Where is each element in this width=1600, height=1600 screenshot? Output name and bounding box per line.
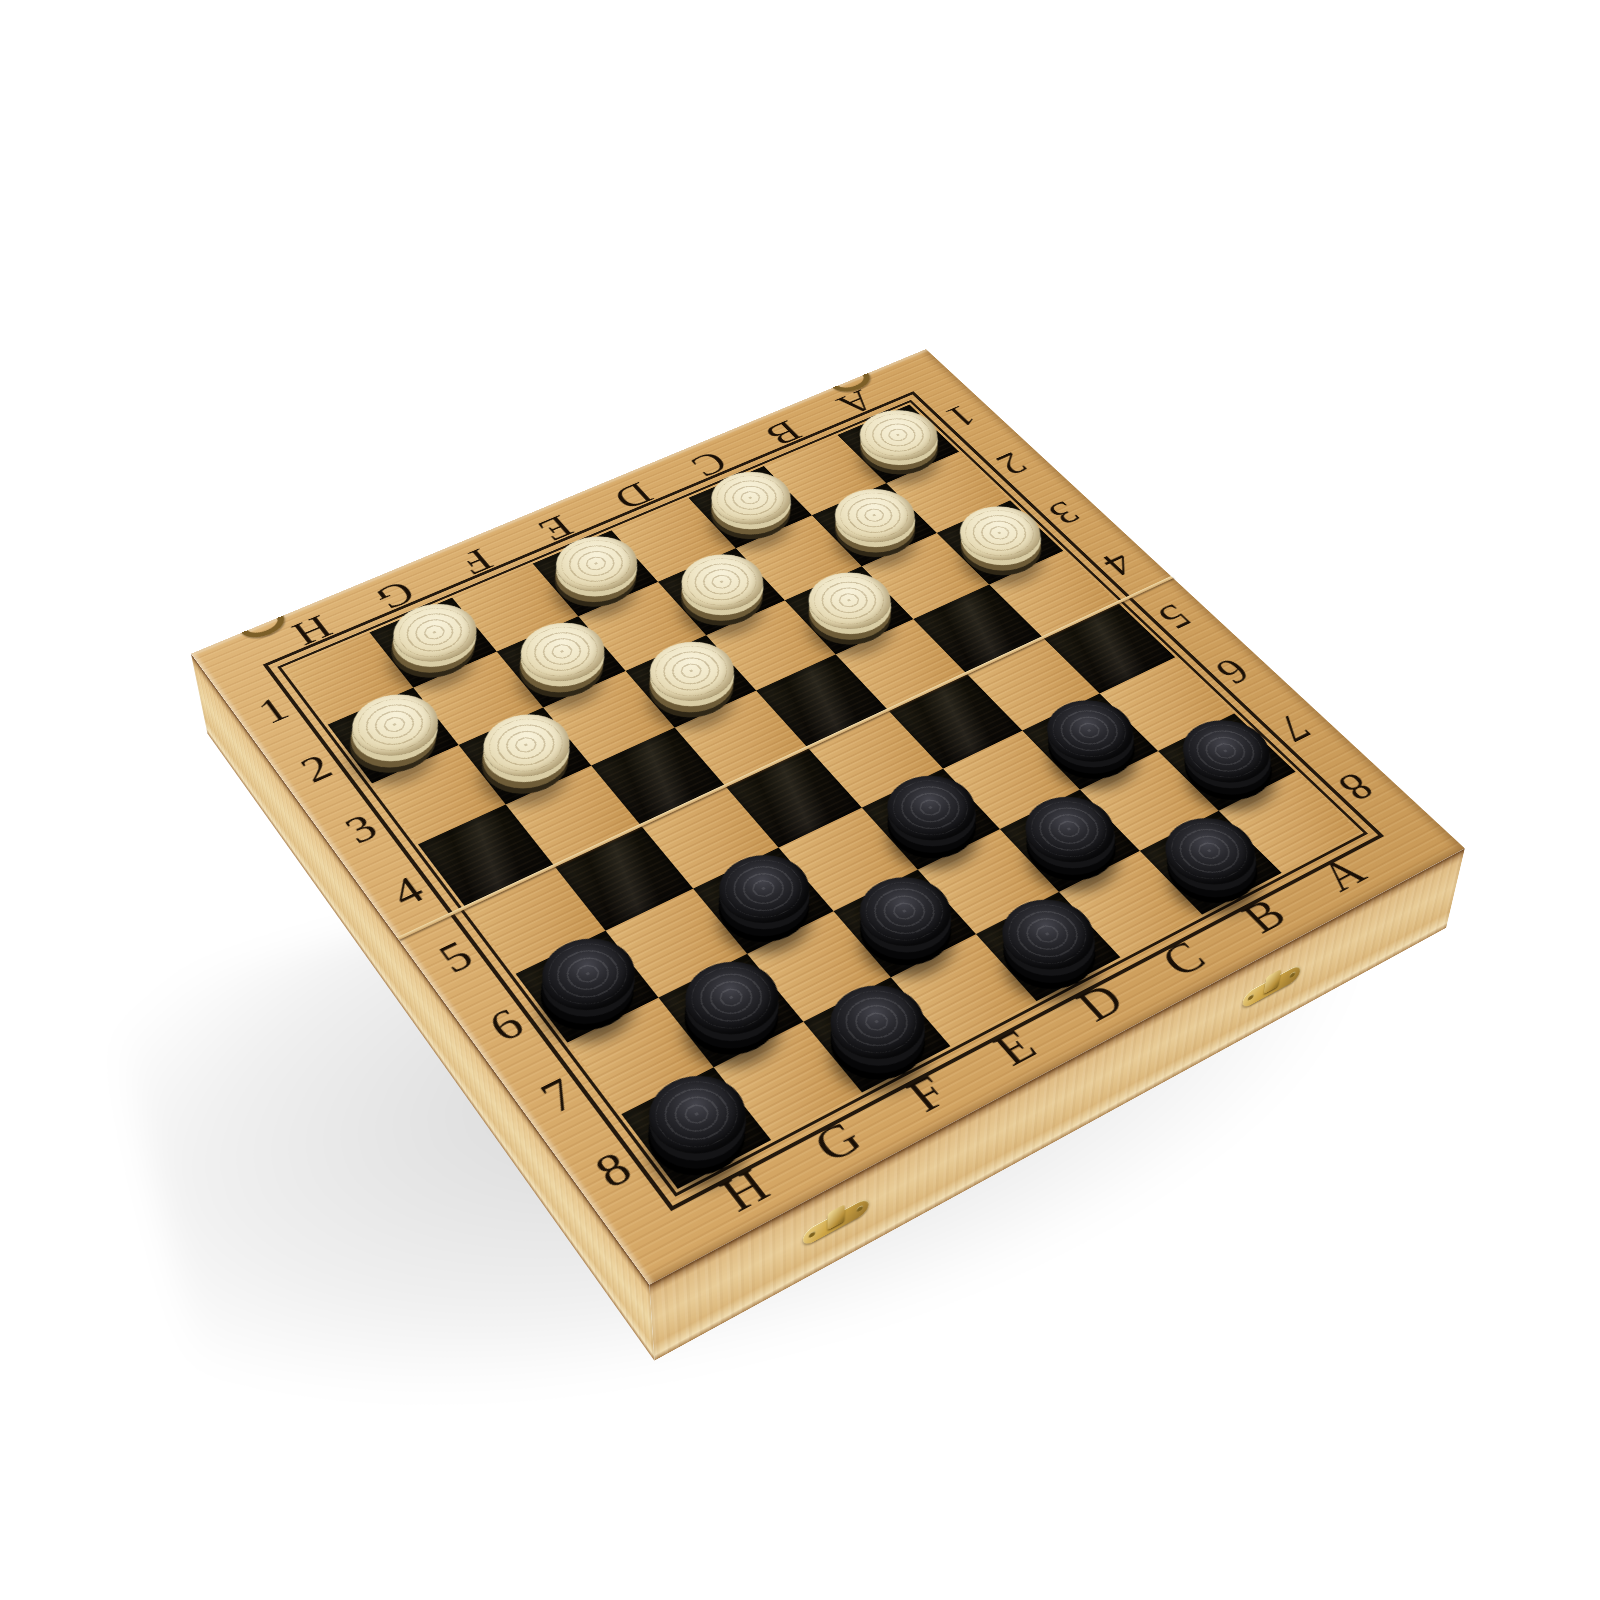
brass-clasp [1241, 956, 1303, 1016]
brass-clasp [803, 1190, 869, 1254]
photo-scene: HGFEDCBAHGFEDCBA1234567812345678 [0, 0, 1600, 1600]
